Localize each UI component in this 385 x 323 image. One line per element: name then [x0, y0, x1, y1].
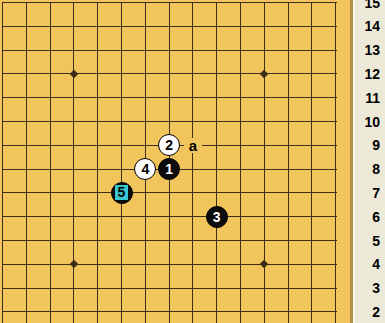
grid-line-horizontal [2, 240, 337, 241]
stone-black-move-5: 5 [111, 182, 133, 204]
star-point [260, 70, 268, 78]
row-label-3: 3 [355, 280, 380, 296]
grid-line-horizontal [2, 121, 337, 122]
go-board[interactable]: a12345 [0, 0, 350, 323]
grid-line-horizontal [2, 26, 337, 27]
grid-line-horizontal [2, 2, 337, 3]
star-point [70, 70, 78, 78]
grid-line-horizontal [2, 97, 337, 98]
stone-white-move-2: 2 [158, 134, 180, 156]
grid-line-horizontal [2, 50, 337, 51]
row-label-4: 4 [355, 256, 380, 272]
star-point [260, 260, 268, 268]
grid-line-horizontal [2, 288, 337, 289]
star-point [70, 260, 78, 268]
row-coordinates-strip: 15141312111098765432 [355, 0, 385, 323]
grid-line-horizontal [2, 216, 337, 217]
row-label-13: 13 [355, 42, 380, 58]
row-label-11: 11 [355, 90, 380, 106]
row-label-6: 6 [355, 209, 380, 225]
stone-white-move-4: 4 [134, 158, 156, 180]
move-number: 4 [141, 162, 149, 176]
row-label-5: 5 [355, 233, 380, 249]
move-number: 1 [165, 162, 173, 176]
row-label-10: 10 [355, 114, 380, 130]
row-label-15: 15 [355, 0, 380, 11]
move-number: 2 [165, 138, 173, 152]
grid-line-horizontal [2, 192, 337, 193]
row-label-9: 9 [355, 137, 380, 153]
row-label-14: 14 [355, 18, 380, 34]
row-label-12: 12 [355, 66, 380, 82]
move-number: 3 [213, 210, 221, 224]
grid-line-horizontal [2, 264, 337, 265]
row-label-7: 7 [355, 185, 380, 201]
point-label-a: a [184, 138, 202, 153]
stone-black-move-3: 3 [206, 206, 228, 228]
grid-line-horizontal [2, 311, 337, 312]
row-label-2: 2 [355, 304, 380, 320]
grid-line-horizontal [2, 73, 337, 74]
row-label-8: 8 [355, 161, 380, 177]
stone-black-move-1: 1 [158, 158, 180, 180]
go-diagram-window: a12345 15141312111098765432 [0, 0, 385, 323]
last-move-number-highlight: 5 [115, 185, 129, 200]
